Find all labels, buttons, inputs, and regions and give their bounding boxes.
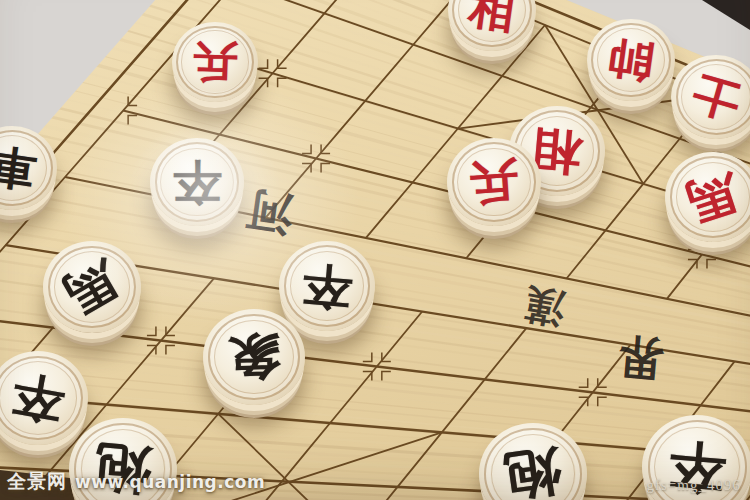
piece-black-horse[interactable]: 馬 (43, 241, 141, 333)
xiangqi-photo: 楚河漢界 相帥兵士相車兵卒馬卒馬象卒卒炮炮 全景网 www.quanjing.c… (0, 0, 750, 500)
watermark-quanjing: 全景网 www.quanjing.com (7, 469, 265, 495)
piece-character: 帥 (582, 15, 680, 104)
piece-red-horse[interactable]: 馬 (665, 152, 750, 242)
watermark-brand: 全景网 (7, 469, 67, 495)
piece-character: 象 (201, 310, 306, 404)
piece-black-elephant[interactable]: 象 (203, 309, 305, 405)
piece-black-chariot[interactable]: 車 (0, 126, 57, 211)
piece-character: 馬 (654, 142, 750, 252)
piece-black-cannon[interactable]: 炮 (479, 423, 587, 500)
piece-black-soldier[interactable]: 卒 (150, 138, 244, 226)
piece-character: 馬 (28, 225, 156, 349)
watermark-code: gfs=mg_4096 (647, 477, 741, 494)
watermark-url: www.quanjing.com (75, 472, 265, 492)
piece-red-general[interactable]: 帥 (587, 19, 675, 102)
piece-red-soldier[interactable]: 兵 (447, 138, 541, 226)
piece-character: 車 (0, 122, 62, 213)
piece-character: 卒 (150, 140, 244, 223)
piece-character: 炮 (473, 419, 593, 500)
pieces-layer: 相帥兵士相車兵卒馬卒馬象卒卒炮炮 (0, 0, 750, 500)
piece-character: 兵 (444, 137, 544, 226)
piece-character: 兵 (171, 23, 260, 102)
piece-red-soldier[interactable]: 兵 (172, 22, 258, 103)
piece-red-elephant[interactable]: 相 (448, 0, 536, 51)
piece-character: 相 (443, 0, 541, 55)
piece-red-advisor[interactable]: 士 (671, 55, 750, 140)
